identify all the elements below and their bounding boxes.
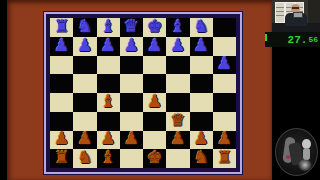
square-d6[interactable] — [120, 56, 143, 75]
piece-bK-e8: ♚ — [147, 18, 162, 35]
piece-wP-g2: ♟ — [194, 131, 209, 148]
piece-bP-c7: ♟ — [101, 37, 116, 54]
square-a2[interactable]: ♟ — [50, 131, 73, 150]
chess-board-grid: ♜♞♝♛♚♝♞♟♟♟♟♟♟♟♟♝♟♛♟♟♟♟♟♟♟♜♞♝♚♞♜ — [50, 18, 236, 168]
square-h4[interactable] — [213, 93, 236, 112]
timer-seconds: 27. — [288, 34, 308, 46]
piece-wP-h2: ♟ — [217, 131, 232, 148]
square-g5[interactable] — [190, 74, 213, 93]
square-e1[interactable]: ♚ — [143, 149, 166, 168]
square-a5[interactable] — [50, 74, 73, 93]
square-c1[interactable]: ♝ — [97, 149, 120, 168]
speedrun-timer: 27. 56 — [265, 32, 320, 47]
piece-bP-e7: ♟ — [147, 37, 162, 54]
square-e2[interactable] — [143, 131, 166, 150]
square-b2[interactable]: ♟ — [73, 131, 96, 150]
square-b6[interactable] — [73, 56, 96, 75]
piece-bP-g7: ♟ — [194, 37, 209, 54]
piece-bP-f7: ♟ — [170, 37, 185, 54]
square-b8[interactable]: ♞ — [73, 18, 96, 37]
square-h2[interactable]: ♟ — [213, 131, 236, 150]
square-d5[interactable] — [120, 74, 143, 93]
square-g6[interactable] — [190, 56, 213, 75]
square-a4[interactable] — [50, 93, 73, 112]
piece-wP-c2: ♟ — [101, 131, 116, 148]
square-e8[interactable]: ♚ — [143, 18, 166, 37]
square-a1[interactable]: ♜ — [50, 149, 73, 168]
square-h3[interactable] — [213, 112, 236, 131]
square-e3[interactable] — [143, 112, 166, 131]
timer-tick — [265, 34, 267, 41]
square-f1[interactable] — [166, 149, 189, 168]
square-b4[interactable] — [73, 93, 96, 112]
nes-game-screen: ♜♞♝♛♚♝♞♟♟♟♟♟♟♟♟♝♟♛♟♟♟♟♟♟♟♜♞♝♚♞♜ — [7, 0, 272, 180]
piece-wQ-f3: ♛ — [170, 112, 185, 129]
square-d4[interactable] — [120, 93, 143, 112]
timer-hundredths: 56 — [308, 35, 318, 44]
piece-bP-b7: ♟ — [77, 37, 92, 54]
piece-bP-a7: ♟ — [54, 37, 69, 54]
webcam-overlay — [272, 0, 320, 32]
piece-bN-g8: ♞ — [194, 18, 209, 35]
piece-bP-h6: ♟ — [217, 56, 232, 73]
square-g1[interactable]: ♞ — [190, 149, 213, 168]
square-g8[interactable]: ♞ — [190, 18, 213, 37]
square-d8[interactable]: ♛ — [120, 18, 143, 37]
square-f6[interactable] — [166, 56, 189, 75]
square-c3[interactable] — [97, 112, 120, 131]
piece-wP-e4: ♟ — [147, 93, 162, 110]
piece-wP-d2: ♟ — [124, 131, 139, 148]
piece-wN-b1: ♞ — [77, 149, 92, 166]
stream-sidebar: 27. 56 — [272, 0, 320, 180]
stream-capture: ♜♞♝♛♚♝♞♟♟♟♟♟♟♟♟♝♟♛♟♟♟♟♟♟♟♜♞♝♚♞♜ 27. 56 — [0, 0, 320, 180]
square-c8[interactable]: ♝ — [97, 18, 120, 37]
square-d7[interactable]: ♟ — [120, 37, 143, 56]
square-h8[interactable] — [213, 18, 236, 37]
square-c5[interactable] — [97, 74, 120, 93]
square-a8[interactable]: ♜ — [50, 18, 73, 37]
square-c2[interactable]: ♟ — [97, 131, 120, 150]
square-c6[interactable] — [97, 56, 120, 75]
square-e5[interactable] — [143, 74, 166, 93]
piece-bQ-d8: ♛ — [124, 18, 139, 35]
piece-wP-b2: ♟ — [77, 131, 92, 148]
square-e7[interactable]: ♟ — [143, 37, 166, 56]
square-g3[interactable] — [190, 112, 213, 131]
piece-bB-f8: ♝ — [170, 18, 185, 35]
piece-wP-a2: ♟ — [54, 131, 69, 148]
square-b7[interactable]: ♟ — [73, 37, 96, 56]
piece-bB-c8: ♝ — [101, 18, 116, 35]
square-f7[interactable]: ♟ — [166, 37, 189, 56]
square-b1[interactable]: ♞ — [73, 149, 96, 168]
square-f4[interactable] — [166, 93, 189, 112]
piece-bR-a8: ♜ — [54, 18, 69, 35]
square-a3[interactable] — [50, 112, 73, 131]
piece-wB-c1: ♝ — [101, 149, 116, 166]
square-a7[interactable]: ♟ — [50, 37, 73, 56]
logo-red-accent — [286, 155, 290, 159]
square-f2[interactable]: ♟ — [166, 131, 189, 150]
square-h1[interactable]: ♜ — [213, 149, 236, 168]
square-g4[interactable] — [190, 93, 213, 112]
logo-area — [272, 126, 320, 180]
square-d2[interactable]: ♟ — [120, 131, 143, 150]
webcam-controller — [293, 12, 303, 18]
square-g2[interactable]: ♟ — [190, 131, 213, 150]
piece-bN-b8: ♞ — [77, 18, 92, 35]
square-d1[interactable] — [120, 149, 143, 168]
square-e6[interactable] — [143, 56, 166, 75]
square-c4[interactable]: ♝ — [97, 93, 120, 112]
square-a6[interactable] — [50, 56, 73, 75]
square-e4[interactable]: ♟ — [143, 93, 166, 112]
piece-wK-e1: ♚ — [147, 149, 162, 166]
square-h7[interactable] — [213, 37, 236, 56]
square-b5[interactable] — [73, 74, 96, 93]
webcam-person-glasses — [292, 7, 299, 9]
logo-glow — [298, 159, 312, 171]
square-h6[interactable]: ♟ — [213, 56, 236, 75]
piece-wN-g1: ♞ — [194, 149, 209, 166]
square-f8[interactable]: ♝ — [166, 18, 189, 37]
piece-wR-h1: ♜ — [217, 149, 232, 166]
piece-wP-f2: ♟ — [170, 131, 185, 148]
piece-wR-a1: ♜ — [54, 149, 69, 166]
piece-wB-c4: ♝ — [101, 93, 116, 110]
square-b3[interactable] — [73, 112, 96, 131]
square-g7[interactable]: ♟ — [190, 37, 213, 56]
square-c7[interactable]: ♟ — [97, 37, 120, 56]
team-logo — [275, 128, 318, 176]
square-h5[interactable] — [213, 74, 236, 93]
square-f3[interactable]: ♛ — [166, 112, 189, 131]
square-d3[interactable] — [120, 112, 143, 131]
piece-bP-d7: ♟ — [124, 37, 139, 54]
square-f5[interactable] — [166, 74, 189, 93]
chess-board: ♜♞♝♛♚♝♞♟♟♟♟♟♟♟♟♝♟♛♟♟♟♟♟♟♟♜♞♝♚♞♜ — [44, 12, 242, 174]
